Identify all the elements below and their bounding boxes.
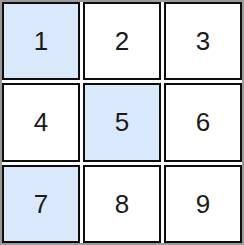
matrix-board: 123456789 [0,0,244,245]
matrix-cell-r3c1: 7 [2,165,80,243]
matrix-cell-r2c3: 6 [164,83,242,161]
matrix-cell-r3c2: 8 [83,165,161,243]
matrix-cell-r1c1: 1 [2,2,80,80]
matrix-cell-r2c1: 4 [2,83,80,161]
matrix-cell-r3c3: 9 [164,165,242,243]
matrix-cell-r2c2: 5 [83,83,161,161]
matrix-cell-r1c3: 3 [164,2,242,80]
matrix-cell-r1c2: 2 [83,2,161,80]
